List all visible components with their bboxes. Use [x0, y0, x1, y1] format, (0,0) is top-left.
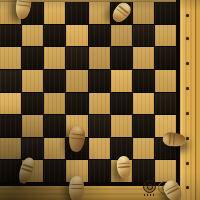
square-d4[interactable]: [66, 93, 87, 115]
square-d5[interactable]: [66, 70, 87, 92]
square-c5[interactable]: [44, 70, 65, 92]
square-b6[interactable]: [22, 47, 43, 69]
square-c2[interactable]: [44, 138, 65, 160]
square-h4[interactable]: [155, 93, 176, 115]
square-e8[interactable]: [89, 2, 110, 24]
square-h8[interactable]: [155, 2, 176, 24]
square-c6[interactable]: [44, 47, 65, 69]
square-g6[interactable]: [133, 47, 154, 69]
square-e5[interactable]: [89, 70, 110, 92]
square-d8[interactable]: [66, 2, 87, 24]
board-frame-right: [180, 0, 200, 200]
square-g7[interactable]: [133, 25, 154, 47]
square-a1[interactable]: [0, 160, 21, 182]
square-b5[interactable]: [22, 70, 43, 92]
square-a5[interactable]: [0, 70, 21, 92]
square-a6[interactable]: [0, 47, 21, 69]
square-a3[interactable]: [0, 115, 21, 137]
square-d6[interactable]: [66, 47, 87, 69]
square-g5[interactable]: [133, 70, 154, 92]
frame-pin-icon-8: [186, 186, 189, 189]
square-c1[interactable]: [44, 160, 65, 182]
square-g4[interactable]: [133, 93, 154, 115]
square-e3[interactable]: [89, 115, 110, 137]
square-b7[interactable]: [22, 25, 43, 47]
square-c4[interactable]: [44, 93, 65, 115]
square-f5[interactable]: [111, 70, 132, 92]
frame-pin-icon-1: [186, 14, 189, 17]
square-g2[interactable]: [133, 138, 154, 160]
square-a2[interactable]: [0, 138, 21, 160]
square-b4[interactable]: [22, 93, 43, 115]
frame-pin-icon-3: [186, 62, 189, 65]
square-a4[interactable]: [0, 93, 21, 115]
square-c3[interactable]: [44, 115, 65, 137]
stamp-text-marks: [144, 194, 156, 196]
square-h6[interactable]: [155, 47, 176, 69]
stamp-ring-dark-icon: [143, 180, 156, 193]
frame-pin-icon-6: [186, 137, 189, 140]
square-g8[interactable]: [133, 2, 154, 24]
square-f3[interactable]: [111, 115, 132, 137]
square-f4[interactable]: [111, 93, 132, 115]
square-a7[interactable]: [0, 25, 21, 47]
square-b2[interactable]: [22, 138, 43, 160]
frame-pin-icon-5: [186, 112, 189, 115]
square-f7[interactable]: [111, 25, 132, 47]
square-f6[interactable]: [111, 47, 132, 69]
pawn-d1[interactable]: [68, 176, 84, 200]
square-e2[interactable]: [89, 138, 110, 160]
square-h7[interactable]: [155, 25, 176, 47]
frame-pin-icon-4: [186, 87, 189, 90]
square-c8[interactable]: [44, 2, 65, 24]
frame-pin-icon-7: [186, 162, 189, 165]
square-g3[interactable]: [133, 115, 154, 137]
chessboard: [0, 2, 176, 182]
square-c7[interactable]: [44, 25, 65, 47]
square-h5[interactable]: [155, 70, 176, 92]
square-e6[interactable]: [89, 47, 110, 69]
square-b3[interactable]: [22, 115, 43, 137]
frame-pin-icon-2: [186, 37, 189, 40]
square-e7[interactable]: [89, 25, 110, 47]
square-e4[interactable]: [89, 93, 110, 115]
square-e1[interactable]: [89, 160, 110, 182]
board-photo: [0, 0, 200, 200]
square-d7[interactable]: [66, 25, 87, 47]
